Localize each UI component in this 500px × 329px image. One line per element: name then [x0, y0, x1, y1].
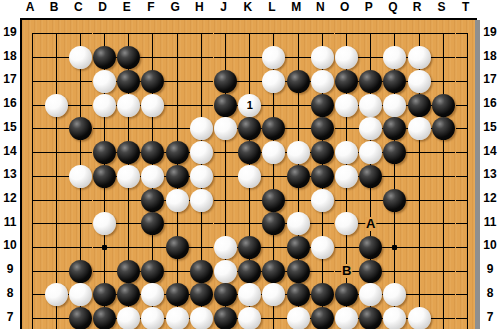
- intersection-F12[interactable]: [141, 188, 165, 212]
- row-label-left-18: 18: [0, 49, 20, 63]
- intersection-G15[interactable]: [165, 117, 189, 141]
- white-stone-K16: 1: [238, 94, 261, 117]
- intersection-S12[interactable]: [431, 188, 455, 212]
- intersection-E11[interactable]: [117, 212, 141, 236]
- intersection-A9[interactable]: [20, 259, 44, 283]
- intersection-Q14[interactable]: [383, 141, 407, 165]
- intersection-N19[interactable]: [310, 22, 334, 46]
- intersection-R17[interactable]: [407, 70, 431, 94]
- white-stone-E13: [117, 165, 140, 188]
- white-stone-P15: [359, 117, 382, 140]
- intersection-G11[interactable]: [165, 212, 189, 236]
- black-stone-N14: [311, 141, 334, 164]
- intersection-D9[interactable]: [93, 259, 117, 283]
- intersection-F9[interactable]: [141, 259, 165, 283]
- intersection-B10[interactable]: [44, 236, 68, 260]
- intersection-C10[interactable]: [68, 236, 92, 260]
- white-stone-O11: [335, 212, 358, 235]
- intersection-L13[interactable]: [262, 164, 286, 188]
- intersection-P10[interactable]: [359, 236, 383, 260]
- intersection-M11[interactable]: [286, 212, 310, 236]
- intersection-F11[interactable]: [141, 212, 165, 236]
- intersection-R16[interactable]: [407, 93, 431, 117]
- intersection-O17[interactable]: [335, 70, 359, 94]
- intersection-R13[interactable]: [407, 164, 431, 188]
- intersection-H14[interactable]: [189, 141, 213, 165]
- intersection-C13[interactable]: [68, 164, 92, 188]
- white-stone-Q16: [383, 94, 406, 117]
- intersection-S10[interactable]: [431, 236, 455, 260]
- intersection-A12[interactable]: [20, 188, 44, 212]
- intersection-Q10[interactable]: [383, 236, 407, 260]
- intersection-H18[interactable]: [189, 46, 213, 70]
- row-label-left-9: 9: [0, 262, 20, 276]
- intersection-M9[interactable]: [286, 259, 310, 283]
- intersection-Q16[interactable]: [383, 93, 407, 117]
- intersection-J8[interactable]: [214, 283, 238, 307]
- intersection-M10[interactable]: [286, 236, 310, 260]
- intersection-G7[interactable]: [165, 307, 189, 329]
- intersection-K13[interactable]: [238, 164, 262, 188]
- intersection-N16[interactable]: [310, 93, 334, 117]
- intersection-L16[interactable]: [262, 93, 286, 117]
- intersection-N11[interactable]: [310, 212, 334, 236]
- intersection-E13[interactable]: [117, 164, 141, 188]
- intersection-D12[interactable]: [93, 188, 117, 212]
- intersection-Q13[interactable]: [383, 164, 407, 188]
- white-stone-P14: [359, 141, 382, 164]
- intersection-F16[interactable]: [141, 93, 165, 117]
- black-stone-G13: [166, 165, 189, 188]
- intersection-D7[interactable]: [93, 307, 117, 329]
- intersection-B16[interactable]: [44, 93, 68, 117]
- intersection-B15[interactable]: [44, 117, 68, 141]
- col-label-C: C: [66, 0, 90, 14]
- intersection-P13[interactable]: [359, 164, 383, 188]
- row-label-right-13: 13: [480, 167, 500, 181]
- intersection-A18[interactable]: [20, 46, 44, 70]
- intersection-C17[interactable]: [68, 70, 92, 94]
- intersection-F10[interactable]: [141, 236, 165, 260]
- intersection-E12[interactable]: [117, 188, 141, 212]
- intersection-C9[interactable]: [68, 259, 92, 283]
- intersection-B7[interactable]: [44, 307, 68, 329]
- intersection-K15[interactable]: [238, 117, 262, 141]
- intersection-D17[interactable]: [93, 70, 117, 94]
- white-stone-D17: [93, 70, 116, 93]
- intersection-H7[interactable]: [189, 307, 213, 329]
- intersection-K9[interactable]: [238, 259, 262, 283]
- intersection-O12[interactable]: [335, 188, 359, 212]
- row-label-left-8: 8: [0, 286, 20, 300]
- intersection-N17[interactable]: [310, 70, 334, 94]
- intersection-F19[interactable]: [141, 22, 165, 46]
- intersection-P18[interactable]: [359, 46, 383, 70]
- intersection-L19[interactable]: [262, 22, 286, 46]
- intersection-O11[interactable]: [335, 212, 359, 236]
- intersection-S16[interactable]: [431, 93, 455, 117]
- intersection-D13[interactable]: [93, 164, 117, 188]
- intersection-R11[interactable]: [407, 212, 431, 236]
- intersection-K17[interactable]: [238, 70, 262, 94]
- intersection-J12[interactable]: [214, 188, 238, 212]
- black-stone-D14: [93, 141, 116, 164]
- intersection-M12[interactable]: [286, 188, 310, 212]
- intersection-F13[interactable]: [141, 164, 165, 188]
- intersection-G13[interactable]: [165, 164, 189, 188]
- black-stone-K10: [238, 236, 261, 259]
- row-label-left-11: 11: [0, 215, 20, 229]
- black-stone-R16: [408, 94, 431, 117]
- intersection-B13[interactable]: [44, 164, 68, 188]
- intersection-D11[interactable]: [93, 212, 117, 236]
- intersection-L8[interactable]: [262, 283, 286, 307]
- row-label-right-12: 12: [480, 191, 500, 205]
- intersection-D18[interactable]: [93, 46, 117, 70]
- intersection-J10[interactable]: [214, 236, 238, 260]
- intersection-L17[interactable]: [262, 70, 286, 94]
- intersection-E16[interactable]: [117, 93, 141, 117]
- intersection-K8[interactable]: [238, 283, 262, 307]
- intersection-D8[interactable]: [93, 283, 117, 307]
- intersection-Q7[interactable]: [383, 307, 407, 329]
- intersection-B19[interactable]: [44, 22, 68, 46]
- intersection-M14[interactable]: [286, 141, 310, 165]
- white-stone-N17: [311, 70, 334, 93]
- intersection-S8[interactable]: [431, 283, 455, 307]
- black-stone-M8: [287, 283, 310, 306]
- black-stone-P10: [359, 236, 382, 259]
- intersection-Q9[interactable]: [383, 259, 407, 283]
- intersection-H19[interactable]: [189, 22, 213, 46]
- intersection-D14[interactable]: [93, 141, 117, 165]
- white-stone-G7: [166, 307, 189, 329]
- intersection-Q19[interactable]: [383, 22, 407, 46]
- intersection-A19[interactable]: [20, 22, 44, 46]
- intersection-L9[interactable]: [262, 259, 286, 283]
- intersection-C18[interactable]: [68, 46, 92, 70]
- intersection-A8[interactable]: [20, 283, 44, 307]
- intersection-G9[interactable]: [165, 259, 189, 283]
- intersection-K7[interactable]: [238, 307, 262, 329]
- intersection-O9[interactable]: B: [335, 259, 359, 283]
- black-stone-Q17: [383, 70, 406, 93]
- intersection-O10[interactable]: [335, 236, 359, 260]
- intersection-M18[interactable]: [286, 46, 310, 70]
- intersection-O8[interactable]: [335, 283, 359, 307]
- intersection-S9[interactable]: [431, 259, 455, 283]
- intersection-N14[interactable]: [310, 141, 334, 165]
- intersection-N7[interactable]: [310, 307, 334, 329]
- col-label-G: G: [163, 0, 187, 14]
- intersection-H17[interactable]: [189, 70, 213, 94]
- intersection-K18[interactable]: [238, 46, 262, 70]
- white-stone-R15: [408, 117, 431, 140]
- intersection-G10[interactable]: [165, 236, 189, 260]
- intersection-N8[interactable]: [310, 283, 334, 307]
- intersection-O16[interactable]: [335, 93, 359, 117]
- star-point-Q10: [392, 245, 397, 250]
- intersection-A15[interactable]: [20, 117, 44, 141]
- black-stone-J8: [214, 283, 237, 306]
- white-stone-H7: [190, 307, 213, 329]
- intersection-L11[interactable]: [262, 212, 286, 236]
- intersection-E19[interactable]: [117, 22, 141, 46]
- intersection-L14[interactable]: [262, 141, 286, 165]
- intersection-E15[interactable]: [117, 117, 141, 141]
- intersection-Q15[interactable]: [383, 117, 407, 141]
- intersection-J11[interactable]: [214, 212, 238, 236]
- row-label-left-15: 15: [0, 120, 20, 134]
- intersection-G19[interactable]: [165, 22, 189, 46]
- go-board: 1AB: [20, 18, 477, 329]
- intersection-C12[interactable]: [68, 188, 92, 212]
- intersection-K16[interactable]: 1: [238, 93, 262, 117]
- intersection-C15[interactable]: [68, 117, 92, 141]
- intersection-G17[interactable]: [165, 70, 189, 94]
- intersection-F7[interactable]: [141, 307, 165, 329]
- intersection-A13[interactable]: [20, 164, 44, 188]
- intersection-R8[interactable]: [407, 283, 431, 307]
- intersection-H15[interactable]: [189, 117, 213, 141]
- intersection-A16[interactable]: [20, 93, 44, 117]
- intersection-J9[interactable]: [214, 259, 238, 283]
- white-stone-J9: [214, 260, 237, 283]
- col-label-D: D: [91, 0, 115, 14]
- intersection-D16[interactable]: [93, 93, 117, 117]
- white-stone-P8: [359, 283, 382, 306]
- intersection-A7[interactable]: [20, 307, 44, 329]
- intersection-A14[interactable]: [20, 141, 44, 165]
- intersection-P7[interactable]: [359, 307, 383, 329]
- intersection-H13[interactable]: [189, 164, 213, 188]
- black-stone-D8: [93, 283, 116, 306]
- intersection-N13[interactable]: [310, 164, 334, 188]
- white-stone-D16: [93, 94, 116, 117]
- black-stone-P9: [359, 260, 382, 283]
- intersection-E18[interactable]: [117, 46, 141, 70]
- intersection-S7[interactable]: [431, 307, 455, 329]
- intersection-M13[interactable]: [286, 164, 310, 188]
- intersection-S19[interactable]: [431, 22, 455, 46]
- row-label-left-7: 7: [0, 310, 20, 324]
- intersection-F15[interactable]: [141, 117, 165, 141]
- white-stone-Q8: [383, 283, 406, 306]
- row-label-right-9: 9: [480, 262, 500, 276]
- white-stone-G12: [166, 189, 189, 212]
- white-stone-O16: [335, 94, 358, 117]
- intersection-A11[interactable]: [20, 212, 44, 236]
- black-stone-S16: [432, 94, 455, 117]
- intersection-C7[interactable]: [68, 307, 92, 329]
- intersection-D15[interactable]: [93, 117, 117, 141]
- intersection-G16[interactable]: [165, 93, 189, 117]
- black-stone-J16: [214, 94, 237, 117]
- intersection-O19[interactable]: [335, 22, 359, 46]
- intersection-P19[interactable]: [359, 22, 383, 46]
- intersection-P15[interactable]: [359, 117, 383, 141]
- black-stone-K9: [238, 260, 261, 283]
- intersection-J17[interactable]: [214, 70, 238, 94]
- intersection-L10[interactable]: [262, 236, 286, 260]
- point-label-B: B: [341, 264, 352, 278]
- col-label-B: B: [42, 0, 66, 14]
- intersection-R15[interactable]: [407, 117, 431, 141]
- intersection-K11[interactable]: [238, 212, 262, 236]
- black-stone-H8: [190, 283, 213, 306]
- intersection-K10[interactable]: [238, 236, 262, 260]
- intersection-M15[interactable]: [286, 117, 310, 141]
- intersection-Q8[interactable]: [383, 283, 407, 307]
- intersection-N10[interactable]: [310, 236, 334, 260]
- intersection-H9[interactable]: [189, 259, 213, 283]
- intersection-C16[interactable]: [68, 93, 92, 117]
- intersection-C19[interactable]: [68, 22, 92, 46]
- col-label-H: H: [187, 0, 211, 14]
- intersection-S11[interactable]: [431, 212, 455, 236]
- intersection-R19[interactable]: [407, 22, 431, 46]
- intersection-K14[interactable]: [238, 141, 262, 165]
- intersection-Q18[interactable]: [383, 46, 407, 70]
- intersection-B17[interactable]: [44, 70, 68, 94]
- black-stone-N13: [311, 165, 334, 188]
- row-label-right-8: 8: [480, 286, 500, 300]
- intersection-M8[interactable]: [286, 283, 310, 307]
- intersection-R10[interactable]: [407, 236, 431, 260]
- intersection-H11[interactable]: [189, 212, 213, 236]
- intersection-P9[interactable]: [359, 259, 383, 283]
- intersection-R18[interactable]: [407, 46, 431, 70]
- intersection-E17[interactable]: [117, 70, 141, 94]
- intersection-P17[interactable]: [359, 70, 383, 94]
- intersection-B9[interactable]: [44, 259, 68, 283]
- intersection-B12[interactable]: [44, 188, 68, 212]
- intersection-D10[interactable]: [93, 236, 117, 260]
- black-stone-P17: [359, 70, 382, 93]
- intersection-M17[interactable]: [286, 70, 310, 94]
- intersection-O15[interactable]: [335, 117, 359, 141]
- intersection-C14[interactable]: [68, 141, 92, 165]
- intersection-H12[interactable]: [189, 188, 213, 212]
- black-stone-G14: [166, 141, 189, 164]
- intersection-P12[interactable]: [359, 188, 383, 212]
- intersection-C11[interactable]: [68, 212, 92, 236]
- intersection-L7[interactable]: [262, 307, 286, 329]
- intersection-B14[interactable]: [44, 141, 68, 165]
- intersection-N15[interactable]: [310, 117, 334, 141]
- intersection-O14[interactable]: [335, 141, 359, 165]
- intersection-G14[interactable]: [165, 141, 189, 165]
- intersection-A17[interactable]: [20, 70, 44, 94]
- white-stone-O14: [335, 141, 358, 164]
- intersection-F18[interactable]: [141, 46, 165, 70]
- intersection-L15[interactable]: [262, 117, 286, 141]
- intersection-D19[interactable]: [93, 22, 117, 46]
- intersection-R7[interactable]: [407, 307, 431, 329]
- intersection-P11[interactable]: A: [359, 212, 383, 236]
- intersection-S15[interactable]: [431, 117, 455, 141]
- intersection-Q17[interactable]: [383, 70, 407, 94]
- intersection-P16[interactable]: [359, 93, 383, 117]
- intersection-E9[interactable]: [117, 259, 141, 283]
- intersection-A10[interactable]: [20, 236, 44, 260]
- intersection-N18[interactable]: [310, 46, 334, 70]
- intersection-M16[interactable]: [286, 93, 310, 117]
- intersection-J15[interactable]: [214, 117, 238, 141]
- intersection-H10[interactable]: [189, 236, 213, 260]
- intersection-F14[interactable]: [141, 141, 165, 165]
- intersection-F17[interactable]: [141, 70, 165, 94]
- intersection-S13[interactable]: [431, 164, 455, 188]
- intersection-E14[interactable]: [117, 141, 141, 165]
- black-stone-M10: [287, 236, 310, 259]
- intersection-H16[interactable]: [189, 93, 213, 117]
- intersection-E8[interactable]: [117, 283, 141, 307]
- col-label-R: R: [405, 0, 429, 14]
- row-label-right-7: 7: [480, 310, 500, 324]
- col-label-K: K: [236, 0, 260, 14]
- intersection-O18[interactable]: [335, 46, 359, 70]
- intersection-J13[interactable]: [214, 164, 238, 188]
- col-label-Q: Q: [381, 0, 405, 14]
- white-stone-F16: [141, 94, 164, 117]
- intersection-R12[interactable]: [407, 188, 431, 212]
- col-label-F: F: [139, 0, 163, 14]
- intersection-M7[interactable]: [286, 307, 310, 329]
- intersection-R14[interactable]: [407, 141, 431, 165]
- intersection-J19[interactable]: [214, 22, 238, 46]
- intersection-M19[interactable]: [286, 22, 310, 46]
- intersection-J7[interactable]: [214, 307, 238, 329]
- intersection-Q12[interactable]: [383, 188, 407, 212]
- intersection-P14[interactable]: [359, 141, 383, 165]
- intersection-S17[interactable]: [431, 70, 455, 94]
- intersection-B18[interactable]: [44, 46, 68, 70]
- white-stone-K13: [238, 165, 261, 188]
- intersection-E10[interactable]: [117, 236, 141, 260]
- intersection-O13[interactable]: [335, 164, 359, 188]
- intersection-K19[interactable]: [238, 22, 262, 46]
- intersection-B8[interactable]: [44, 283, 68, 307]
- intersection-L18[interactable]: [262, 46, 286, 70]
- intersection-F8[interactable]: [141, 283, 165, 307]
- black-stone-E18: [117, 46, 140, 69]
- intersection-O7[interactable]: [335, 307, 359, 329]
- intersection-Q11[interactable]: [383, 212, 407, 236]
- intersection-P8[interactable]: [359, 283, 383, 307]
- black-stone-C7: [69, 307, 92, 329]
- intersection-R9[interactable]: [407, 259, 431, 283]
- intersection-G12[interactable]: [165, 188, 189, 212]
- intersection-J16[interactable]: [214, 93, 238, 117]
- intersection-E7[interactable]: [117, 307, 141, 329]
- intersection-J14[interactable]: [214, 141, 238, 165]
- intersection-G18[interactable]: [165, 46, 189, 70]
- intersection-S18[interactable]: [431, 46, 455, 70]
- intersection-C8[interactable]: [68, 283, 92, 307]
- intersection-G8[interactable]: [165, 283, 189, 307]
- row-label-right-19: 19: [480, 25, 500, 39]
- intersection-L12[interactable]: [262, 188, 286, 212]
- intersection-S14[interactable]: [431, 141, 455, 165]
- intersection-H8[interactable]: [189, 283, 213, 307]
- intersection-B11[interactable]: [44, 212, 68, 236]
- row-label-right-15: 15: [480, 120, 500, 134]
- intersection-K12[interactable]: [238, 188, 262, 212]
- intersection-N12[interactable]: [310, 188, 334, 212]
- intersection-N9[interactable]: [310, 259, 334, 283]
- intersection-J18[interactable]: [214, 46, 238, 70]
